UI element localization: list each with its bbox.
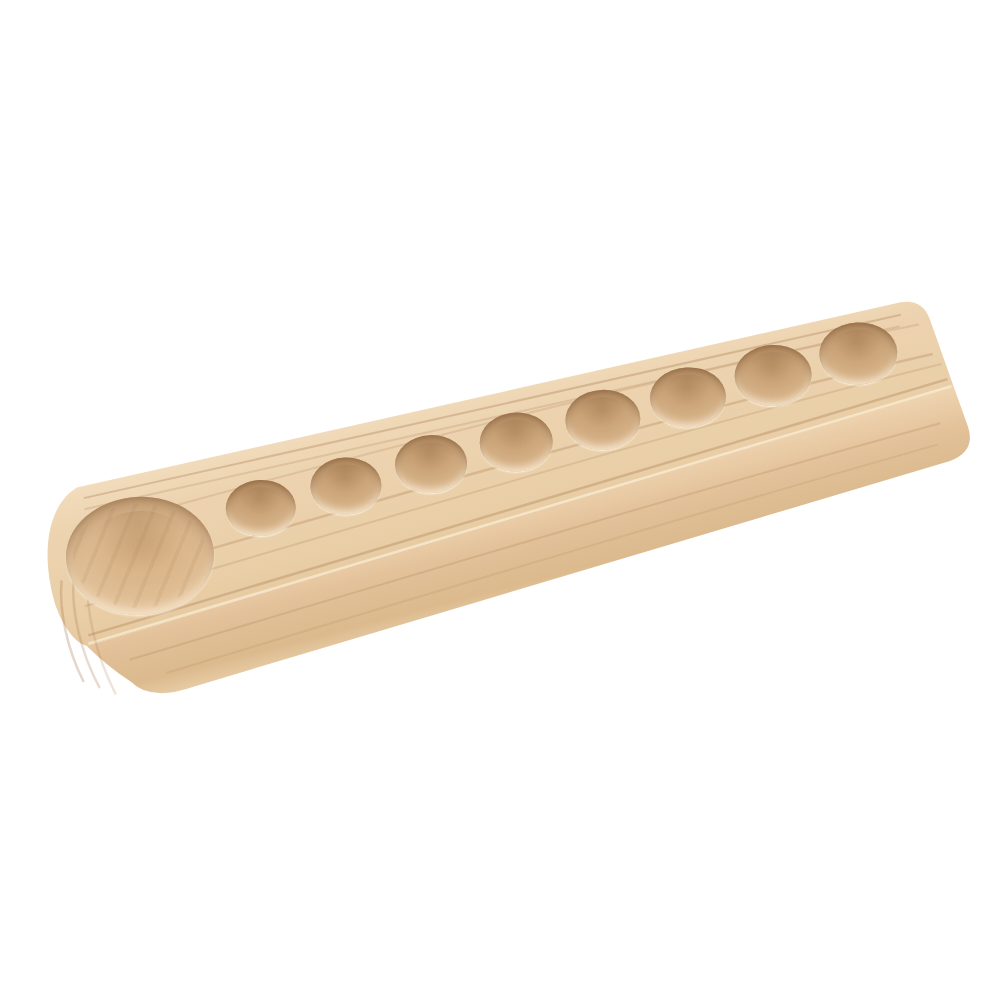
pit-5[interactable] xyxy=(564,388,641,451)
product-photo xyxy=(0,0,1001,1001)
pit-4[interactable] xyxy=(479,411,555,473)
pit-3[interactable] xyxy=(394,433,469,494)
pit-8[interactable] xyxy=(818,321,898,387)
pit-2[interactable] xyxy=(309,456,383,516)
board xyxy=(21,262,984,719)
store-pit[interactable] xyxy=(63,494,216,618)
pit-6[interactable] xyxy=(648,366,726,430)
pit-7[interactable] xyxy=(733,343,812,408)
pit-1[interactable] xyxy=(225,479,297,538)
